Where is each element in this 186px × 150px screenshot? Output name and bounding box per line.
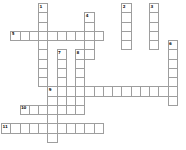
grid-cell[interactable] bbox=[84, 49, 94, 59]
grid-cell[interactable] bbox=[75, 105, 85, 115]
clue-number: 10 bbox=[21, 106, 26, 110]
clue-number: 6 bbox=[169, 42, 171, 46]
crossword-grid: 1234567891011 bbox=[0, 0, 186, 150]
clue-number: 11 bbox=[3, 125, 8, 129]
clue-number: 7 bbox=[58, 51, 60, 55]
grid-cell[interactable] bbox=[168, 96, 178, 106]
clue-number: 4 bbox=[86, 14, 88, 18]
clue-number: 5 bbox=[12, 32, 14, 36]
grid-cell[interactable] bbox=[149, 40, 159, 50]
clue-number: 2 bbox=[123, 5, 125, 9]
clue-number: 3 bbox=[151, 5, 153, 9]
crossword-diagram: 1234567891011 bbox=[0, 0, 186, 150]
grid-cell[interactable] bbox=[94, 123, 104, 133]
clue-number: 9 bbox=[49, 88, 51, 92]
grid-cell[interactable] bbox=[121, 40, 131, 50]
grid-cell[interactable] bbox=[47, 133, 57, 143]
clue-number: 1 bbox=[40, 5, 42, 9]
grid-cell[interactable] bbox=[94, 31, 104, 41]
clue-number: 8 bbox=[77, 51, 79, 55]
